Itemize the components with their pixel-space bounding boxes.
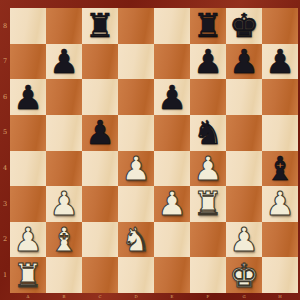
square-g6[interactable] <box>226 79 262 115</box>
file-labels: abcdefgh <box>10 293 298 300</box>
black-king-g8[interactable]: ♚ <box>229 9 259 42</box>
square-f1[interactable] <box>190 257 226 293</box>
square-d2[interactable]: ♞ <box>118 222 154 258</box>
square-a2[interactable]: ♟ <box>10 222 46 258</box>
square-d6[interactable] <box>118 79 154 115</box>
square-e2[interactable] <box>154 222 190 258</box>
file-label-c: c <box>82 293 118 300</box>
square-c1[interactable] <box>82 257 118 293</box>
square-h2[interactable] <box>262 222 298 258</box>
square-e1[interactable] <box>154 257 190 293</box>
rank-label-3: 3 <box>0 186 10 222</box>
square-a6[interactable]: ♟ <box>10 79 46 115</box>
square-h4[interactable]: ♝ <box>262 151 298 187</box>
white-pawn-d4[interactable]: ♟ <box>121 152 151 185</box>
rank-label-6: 6 <box>0 79 10 115</box>
black-pawn-b7[interactable]: ♟ <box>49 45 79 78</box>
square-e4[interactable] <box>154 151 190 187</box>
square-h6[interactable] <box>262 79 298 115</box>
square-e5[interactable] <box>154 115 190 151</box>
square-f8[interactable]: ♜ <box>190 8 226 44</box>
file-label-f: f <box>190 293 226 300</box>
white-rook-a1[interactable]: ♜ <box>13 259 43 292</box>
white-pawn-a2[interactable]: ♟ <box>13 223 43 256</box>
white-rook-f3[interactable]: ♜ <box>193 187 223 220</box>
black-pawn-a6[interactable]: ♟ <box>13 81 43 114</box>
square-b1[interactable] <box>46 257 82 293</box>
square-d5[interactable] <box>118 115 154 151</box>
square-g4[interactable] <box>226 151 262 187</box>
square-b7[interactable]: ♟ <box>46 44 82 80</box>
square-b8[interactable] <box>46 8 82 44</box>
square-c5[interactable]: ♟ <box>82 115 118 151</box>
square-e6[interactable]: ♟ <box>154 79 190 115</box>
square-b6[interactable] <box>46 79 82 115</box>
square-h1[interactable] <box>262 257 298 293</box>
black-rook-c8[interactable]: ♜ <box>85 9 115 42</box>
white-pawn-f4[interactable]: ♟ <box>193 152 223 185</box>
square-b4[interactable] <box>46 151 82 187</box>
square-d8[interactable] <box>118 8 154 44</box>
chess-board-frame: ♜♜♚♟♟♟♟♟♟♟♞♟♟♝♟♟♜♟♟♝♞♟♜♚ 87654321 abcdef… <box>0 0 300 300</box>
square-d7[interactable] <box>118 44 154 80</box>
square-d4[interactable]: ♟ <box>118 151 154 187</box>
rank-label-2: 2 <box>0 222 10 258</box>
black-pawn-c5[interactable]: ♟ <box>85 116 115 149</box>
file-label-e: e <box>154 293 190 300</box>
black-knight-f5[interactable]: ♞ <box>193 116 223 149</box>
square-h7[interactable]: ♟ <box>262 44 298 80</box>
square-a4[interactable] <box>10 151 46 187</box>
square-a5[interactable] <box>10 115 46 151</box>
square-g1[interactable]: ♚ <box>226 257 262 293</box>
square-c7[interactable] <box>82 44 118 80</box>
rank-label-4: 4 <box>0 151 10 187</box>
square-b5[interactable] <box>46 115 82 151</box>
file-label-a: a <box>10 293 46 300</box>
white-pawn-e3[interactable]: ♟ <box>157 187 187 220</box>
black-pawn-h7[interactable]: ♟ <box>265 45 295 78</box>
square-c4[interactable] <box>82 151 118 187</box>
rank-label-7: 7 <box>0 44 10 80</box>
rank-label-5: 5 <box>0 115 10 151</box>
file-label-g: g <box>226 293 262 300</box>
rank-labels: 87654321 <box>0 8 10 293</box>
rank-label-1: 1 <box>0 257 10 293</box>
white-knight-d2[interactable]: ♞ <box>121 223 151 256</box>
square-g2[interactable]: ♟ <box>226 222 262 258</box>
white-king-g1[interactable]: ♚ <box>229 259 259 292</box>
black-rook-f8[interactable]: ♜ <box>193 9 223 42</box>
square-c8[interactable]: ♜ <box>82 8 118 44</box>
black-pawn-f7[interactable]: ♟ <box>193 45 223 78</box>
square-d3[interactable] <box>118 186 154 222</box>
square-a8[interactable] <box>10 8 46 44</box>
white-bishop-b2[interactable]: ♝ <box>49 223 79 256</box>
chess-board: ♜♜♚♟♟♟♟♟♟♟♞♟♟♝♟♟♜♟♟♝♞♟♜♚ <box>10 8 298 293</box>
square-e7[interactable] <box>154 44 190 80</box>
white-pawn-b3[interactable]: ♟ <box>49 187 79 220</box>
square-f5[interactable]: ♞ <box>190 115 226 151</box>
rank-label-8: 8 <box>0 8 10 44</box>
file-label-d: d <box>118 293 154 300</box>
square-f2[interactable] <box>190 222 226 258</box>
black-pawn-e6[interactable]: ♟ <box>157 81 187 114</box>
square-c3[interactable] <box>82 186 118 222</box>
square-d1[interactable] <box>118 257 154 293</box>
square-a1[interactable]: ♜ <box>10 257 46 293</box>
square-b3[interactable]: ♟ <box>46 186 82 222</box>
square-e8[interactable] <box>154 8 190 44</box>
file-label-h: h <box>262 293 298 300</box>
square-c2[interactable] <box>82 222 118 258</box>
square-e3[interactable]: ♟ <box>154 186 190 222</box>
square-f3[interactable]: ♜ <box>190 186 226 222</box>
square-g5[interactable] <box>226 115 262 151</box>
square-a7[interactable] <box>10 44 46 80</box>
square-b2[interactable]: ♝ <box>46 222 82 258</box>
square-f6[interactable] <box>190 79 226 115</box>
black-pawn-g7[interactable]: ♟ <box>229 45 259 78</box>
square-h5[interactable] <box>262 115 298 151</box>
square-g8[interactable]: ♚ <box>226 8 262 44</box>
square-h8[interactable] <box>262 8 298 44</box>
square-g3[interactable] <box>226 186 262 222</box>
square-g7[interactable]: ♟ <box>226 44 262 80</box>
square-f7[interactable]: ♟ <box>190 44 226 80</box>
square-f4[interactable]: ♟ <box>190 151 226 187</box>
square-a3[interactable] <box>10 186 46 222</box>
white-pawn-g2[interactable]: ♟ <box>229 223 259 256</box>
white-pawn-h3[interactable]: ♟ <box>265 187 295 220</box>
black-bishop-h4[interactable]: ♝ <box>265 152 295 185</box>
file-label-b: b <box>46 293 82 300</box>
square-c6[interactable] <box>82 79 118 115</box>
square-h3[interactable]: ♟ <box>262 186 298 222</box>
